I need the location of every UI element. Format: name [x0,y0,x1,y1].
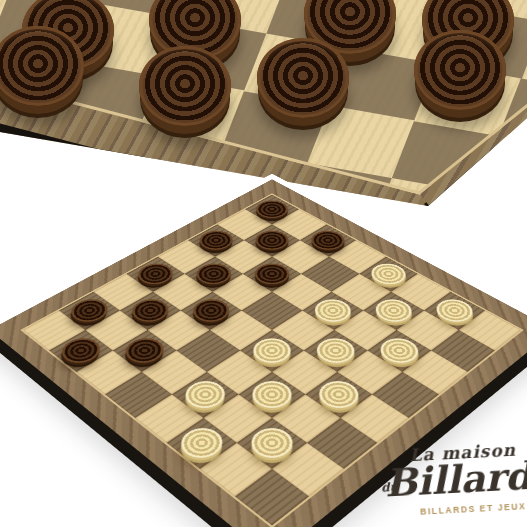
brand-logo: La maison du Billard BILLARDS ET JEUX [377,437,527,527]
product-photo: La maison du Billard BILLARDS ET JEUX [0,0,527,527]
brand-script-main: Billard [384,453,527,506]
brand-tagline: BILLARDS ET JEUX [420,501,527,517]
